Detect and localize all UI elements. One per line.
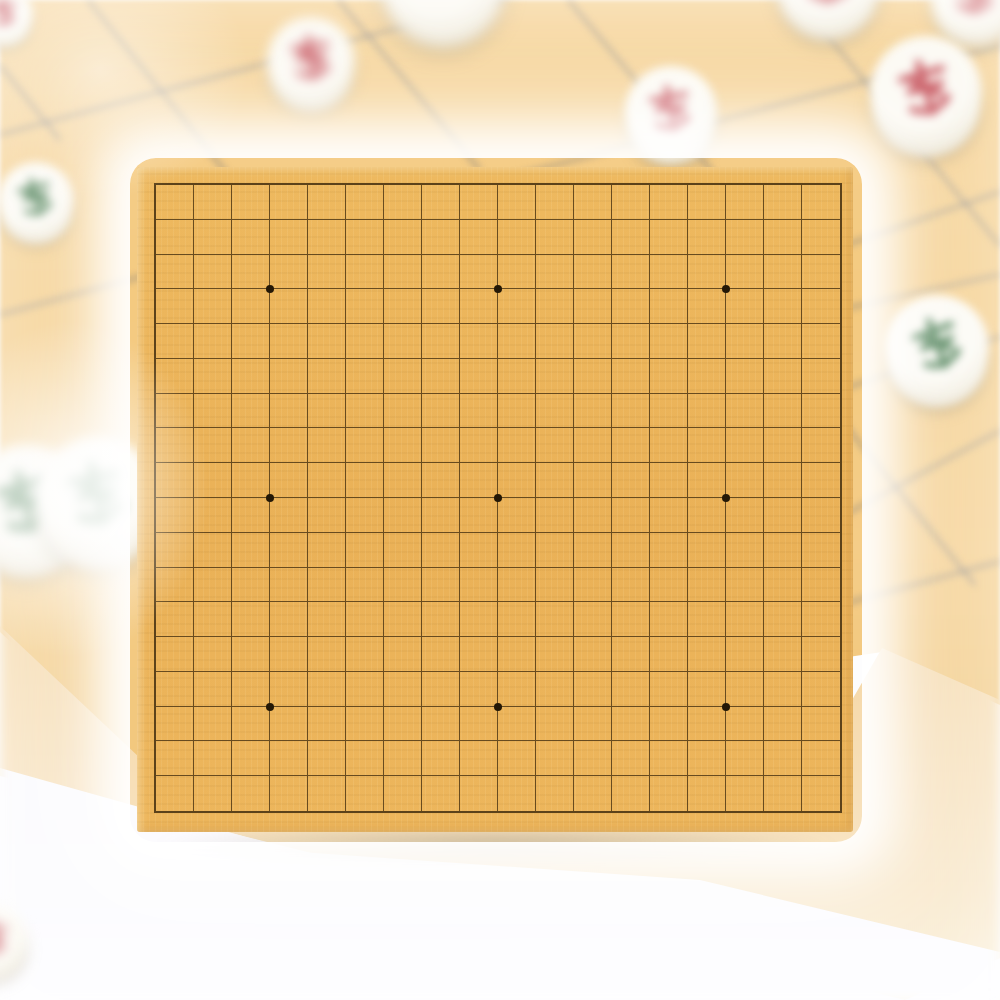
grid-cell xyxy=(802,220,840,255)
grid-cell xyxy=(726,498,764,533)
grid-cell xyxy=(574,185,612,220)
grid-cell xyxy=(232,672,270,707)
grid-cell xyxy=(232,602,270,637)
grid-cell xyxy=(498,602,536,637)
grid-cell xyxy=(270,741,308,776)
grid-cell xyxy=(422,185,460,220)
grid-cell xyxy=(688,463,726,498)
grid-cell xyxy=(308,324,346,359)
grid-cell xyxy=(422,359,460,394)
grid-cell xyxy=(346,463,384,498)
grid-cell xyxy=(384,359,422,394)
grid-cell xyxy=(650,533,688,568)
grid-cell xyxy=(498,220,536,255)
grid-cell xyxy=(384,324,422,359)
grid-cell xyxy=(460,394,498,429)
grid-cell xyxy=(346,672,384,707)
white-haze-topleft xyxy=(0,0,250,200)
grid-cell xyxy=(612,324,650,359)
grid-cell xyxy=(422,498,460,533)
grid-cell xyxy=(384,463,422,498)
grid-cell xyxy=(764,289,802,324)
grid-cell xyxy=(232,394,270,429)
grid-cell xyxy=(308,672,346,707)
grid-cell xyxy=(384,394,422,429)
grid-cell xyxy=(460,741,498,776)
grid-cell xyxy=(232,359,270,394)
grid-cell xyxy=(764,463,802,498)
grid-cell xyxy=(308,741,346,776)
grid-cell xyxy=(270,707,308,742)
grid-cell xyxy=(574,220,612,255)
grid-cell xyxy=(308,394,346,429)
grid-cell xyxy=(650,220,688,255)
grid-cell xyxy=(384,707,422,742)
grid-cell xyxy=(346,185,384,220)
star-point xyxy=(494,494,502,502)
grid-cell xyxy=(650,602,688,637)
grid-cell xyxy=(422,463,460,498)
grid-cell xyxy=(384,255,422,290)
grid-cell xyxy=(612,185,650,220)
grid-cell xyxy=(422,428,460,463)
grid-cell xyxy=(460,220,498,255)
grid-cell xyxy=(764,568,802,603)
grid-cell xyxy=(764,185,802,220)
grid-cell xyxy=(764,394,802,429)
grid-cell xyxy=(384,568,422,603)
grid-cell xyxy=(156,776,194,811)
grid-cell xyxy=(726,533,764,568)
grid-cell xyxy=(612,707,650,742)
xiangqi-piece xyxy=(0,905,27,975)
grid-cell xyxy=(384,185,422,220)
grid-cell xyxy=(612,533,650,568)
xiangqi-piece xyxy=(870,36,982,148)
grid-cell xyxy=(802,602,840,637)
grid-cell xyxy=(650,741,688,776)
grid-cell xyxy=(346,359,384,394)
grid-cell xyxy=(574,359,612,394)
green-character-icon xyxy=(896,303,979,386)
grid-cell xyxy=(536,498,574,533)
grid-cell xyxy=(612,220,650,255)
grid-cell xyxy=(194,255,232,290)
grid-cell xyxy=(270,359,308,394)
grid-cell xyxy=(536,741,574,776)
grid-cell xyxy=(270,394,308,429)
grid-cell xyxy=(498,776,536,811)
grid-cell xyxy=(612,741,650,776)
grid-cell xyxy=(384,220,422,255)
grid-cell xyxy=(612,359,650,394)
red-character-icon xyxy=(0,916,14,959)
grid-cell xyxy=(612,776,650,811)
grid-cell xyxy=(308,289,346,324)
grid-cell xyxy=(536,637,574,672)
star-point xyxy=(494,285,502,293)
grid-cell xyxy=(612,394,650,429)
grid-cell xyxy=(574,637,612,672)
grid-cell xyxy=(232,255,270,290)
grid-cell xyxy=(536,568,574,603)
grid-cell xyxy=(156,220,194,255)
grid-cell xyxy=(194,707,232,742)
grid-cell xyxy=(156,707,194,742)
grid-cell xyxy=(498,359,536,394)
grid-cell xyxy=(688,394,726,429)
grid-cell xyxy=(232,637,270,672)
grid-cell xyxy=(612,568,650,603)
grid-cell xyxy=(308,637,346,672)
red-character-icon xyxy=(280,28,342,90)
grid-cell xyxy=(764,672,802,707)
xiangqi-piece xyxy=(267,17,355,105)
grid-cell xyxy=(422,394,460,429)
grid-cell xyxy=(460,428,498,463)
grid-cell xyxy=(536,185,574,220)
grid-cell xyxy=(270,255,308,290)
grid-cell xyxy=(726,185,764,220)
grid-cell xyxy=(688,637,726,672)
grid-cell xyxy=(726,324,764,359)
grid-cell xyxy=(574,602,612,637)
red-character-icon xyxy=(796,0,860,9)
grid-cell xyxy=(536,255,574,290)
grid-cell xyxy=(574,707,612,742)
grid-cell xyxy=(308,185,346,220)
grid-cell xyxy=(232,707,270,742)
grid-cell xyxy=(764,533,802,568)
grid-cell xyxy=(688,289,726,324)
grid-cell xyxy=(460,255,498,290)
grid-cell xyxy=(346,289,384,324)
grid-cell xyxy=(422,324,460,359)
grid-cell xyxy=(802,359,840,394)
grid-cell xyxy=(688,741,726,776)
grid-cell xyxy=(650,324,688,359)
grid-cell xyxy=(232,741,270,776)
grid-cell xyxy=(156,741,194,776)
grid-cell xyxy=(270,220,308,255)
grid-cell xyxy=(346,707,384,742)
grid-cell xyxy=(574,394,612,429)
grid-cell xyxy=(384,533,422,568)
grid-cell xyxy=(650,359,688,394)
grid-cell xyxy=(232,428,270,463)
grid-cell xyxy=(726,255,764,290)
red-character-icon xyxy=(638,76,704,142)
grid-cell xyxy=(536,428,574,463)
grid-cell xyxy=(650,394,688,429)
grid-cell xyxy=(422,533,460,568)
grid-cell xyxy=(764,359,802,394)
grid-cell xyxy=(346,255,384,290)
grid-cell xyxy=(802,776,840,811)
grid-cell xyxy=(498,672,536,707)
grid-cell xyxy=(498,498,536,533)
grid-cell xyxy=(308,776,346,811)
go-board xyxy=(137,167,853,832)
grid-cell xyxy=(612,463,650,498)
grid-cell xyxy=(574,672,612,707)
grid-cell xyxy=(498,185,536,220)
grid-cell xyxy=(764,428,802,463)
grid-cell xyxy=(460,289,498,324)
grid-cell xyxy=(650,568,688,603)
grid-cell xyxy=(460,533,498,568)
grid-cell xyxy=(612,255,650,290)
grid-cell xyxy=(156,255,194,290)
grid-cell xyxy=(802,185,840,220)
grid-cell xyxy=(612,289,650,324)
grid-cell xyxy=(460,707,498,742)
xiangqi-piece xyxy=(776,0,880,32)
grid-cell xyxy=(498,255,536,290)
grid-cell xyxy=(422,255,460,290)
grid-cell xyxy=(194,289,232,324)
grid-cell xyxy=(536,776,574,811)
grid-cell xyxy=(726,776,764,811)
grid-cell xyxy=(270,463,308,498)
grid-cell xyxy=(574,533,612,568)
grid-cell xyxy=(194,220,232,255)
grid-cell xyxy=(726,394,764,429)
grid-cell xyxy=(574,324,612,359)
grid-cell xyxy=(460,185,498,220)
grid-cell xyxy=(422,220,460,255)
grid-cell xyxy=(498,394,536,429)
grid-cell xyxy=(764,220,802,255)
grid-cell xyxy=(308,220,346,255)
grid-cell xyxy=(232,220,270,255)
grid-cell xyxy=(764,776,802,811)
grid-cell xyxy=(612,428,650,463)
grid-cell xyxy=(802,568,840,603)
grid-cell xyxy=(308,533,346,568)
grid-cell xyxy=(726,220,764,255)
grid-cell xyxy=(726,289,764,324)
grid-cell xyxy=(270,289,308,324)
grid-cell xyxy=(346,568,384,603)
grid-cell xyxy=(726,672,764,707)
xiangqi-piece xyxy=(930,0,1000,39)
grid-cell xyxy=(574,776,612,811)
grid-cell xyxy=(688,776,726,811)
grid-cell xyxy=(460,463,498,498)
grid-cell xyxy=(802,289,840,324)
grid-cell xyxy=(536,289,574,324)
grid-cell xyxy=(460,324,498,359)
grid-cell xyxy=(270,672,308,707)
grid-cell xyxy=(346,776,384,811)
grid-cell xyxy=(650,498,688,533)
grid-cell xyxy=(764,637,802,672)
grid-cell xyxy=(802,255,840,290)
grid-cell xyxy=(650,255,688,290)
grid-cell xyxy=(232,324,270,359)
grid-cell xyxy=(422,602,460,637)
grid-cell xyxy=(194,672,232,707)
grid-cell xyxy=(384,672,422,707)
grid-cell xyxy=(726,602,764,637)
grid-cell xyxy=(308,255,346,290)
star-point xyxy=(266,703,274,711)
xiangqi-piece xyxy=(380,0,506,37)
grid-cell xyxy=(422,707,460,742)
grid-cell xyxy=(422,776,460,811)
grid-cell xyxy=(536,220,574,255)
grid-cell xyxy=(232,568,270,603)
grid-cell xyxy=(650,289,688,324)
grid-cell xyxy=(384,428,422,463)
grid-cell xyxy=(726,741,764,776)
grid-cell xyxy=(650,672,688,707)
grid-cell xyxy=(156,672,194,707)
grid-cell xyxy=(726,428,764,463)
grid-cell xyxy=(650,463,688,498)
grid-cell xyxy=(536,394,574,429)
grid-cell xyxy=(346,602,384,637)
star-point xyxy=(722,703,730,711)
grid-cell xyxy=(688,255,726,290)
grid-cell xyxy=(460,498,498,533)
grid-cell xyxy=(232,776,270,811)
grid-cell xyxy=(574,568,612,603)
grid-cell xyxy=(612,498,650,533)
grid-cell xyxy=(650,428,688,463)
grid-cell xyxy=(460,359,498,394)
grid-cell xyxy=(650,776,688,811)
grid-cell xyxy=(156,289,194,324)
grid-cell xyxy=(460,672,498,707)
grid-cell xyxy=(612,637,650,672)
grid-cell xyxy=(764,498,802,533)
grid-cell xyxy=(346,428,384,463)
grid-cell xyxy=(498,428,536,463)
grid-cell xyxy=(346,324,384,359)
grid-cell xyxy=(802,463,840,498)
grid-cell xyxy=(270,185,308,220)
grid-cell xyxy=(384,637,422,672)
xiangqi-piece xyxy=(885,295,989,399)
grid-cell xyxy=(270,776,308,811)
grid-cell xyxy=(498,637,536,672)
grid-cell xyxy=(726,568,764,603)
grid-cell xyxy=(460,637,498,672)
grid-cell xyxy=(232,289,270,324)
grid-cell xyxy=(270,324,308,359)
grid-cell xyxy=(574,428,612,463)
star-point xyxy=(722,494,730,502)
grid-cell xyxy=(232,533,270,568)
grid-cell xyxy=(650,185,688,220)
grid-cell xyxy=(270,428,308,463)
grid-cell xyxy=(802,324,840,359)
grid-cell xyxy=(346,220,384,255)
grid-cell xyxy=(270,602,308,637)
grid-cell xyxy=(346,637,384,672)
grid-cell xyxy=(308,428,346,463)
grid-cell xyxy=(688,220,726,255)
grid-cell xyxy=(536,672,574,707)
red-character-icon xyxy=(947,0,1000,19)
red-character-icon xyxy=(883,46,969,132)
go-board-grid xyxy=(154,183,842,813)
grid-cell xyxy=(802,394,840,429)
grid-cell xyxy=(688,707,726,742)
grid-cell xyxy=(498,707,536,742)
grid-cell xyxy=(726,463,764,498)
grid-cell xyxy=(346,498,384,533)
grid-cell xyxy=(574,463,612,498)
scene xyxy=(0,0,1000,1000)
grid-cell xyxy=(232,498,270,533)
grid-cell xyxy=(384,741,422,776)
grid-cell xyxy=(460,602,498,637)
grid-cell xyxy=(802,498,840,533)
grid-cell xyxy=(498,289,536,324)
grid-cell xyxy=(802,707,840,742)
grid-cell xyxy=(232,463,270,498)
grid-cell xyxy=(726,359,764,394)
grid-cell xyxy=(574,741,612,776)
grid-cell xyxy=(612,602,650,637)
grid-cell xyxy=(536,359,574,394)
grid-cell xyxy=(308,707,346,742)
grid-cell xyxy=(764,707,802,742)
grid-cell xyxy=(498,324,536,359)
grid-cell xyxy=(308,498,346,533)
grid-cell xyxy=(688,428,726,463)
grid-cell xyxy=(612,672,650,707)
grid-cell xyxy=(536,533,574,568)
grid-cell xyxy=(270,568,308,603)
grid-cell xyxy=(574,498,612,533)
xiangqi-piece xyxy=(625,66,717,158)
grid-cell xyxy=(688,533,726,568)
star-point xyxy=(494,703,502,711)
grid-cell xyxy=(802,741,840,776)
white-haze-left xyxy=(0,320,210,660)
grid-cell xyxy=(574,255,612,290)
grid-cell xyxy=(460,568,498,603)
grid-cell xyxy=(498,741,536,776)
grid-cell xyxy=(384,776,422,811)
grid-cell xyxy=(346,741,384,776)
grid-cell xyxy=(726,637,764,672)
grid-cell xyxy=(422,568,460,603)
grid-cell xyxy=(802,428,840,463)
grid-cell xyxy=(270,498,308,533)
grid-cell xyxy=(536,707,574,742)
grid-cell xyxy=(802,533,840,568)
grid-cell xyxy=(308,568,346,603)
grid-cell xyxy=(650,707,688,742)
grid-cell xyxy=(308,463,346,498)
grid-cell xyxy=(574,289,612,324)
grid-cell xyxy=(498,463,536,498)
grid-cell xyxy=(384,498,422,533)
grid-cell xyxy=(270,533,308,568)
grid-cell xyxy=(536,463,574,498)
grid-cell xyxy=(422,289,460,324)
grid-cell xyxy=(726,707,764,742)
grid-cell xyxy=(764,324,802,359)
grid-cell xyxy=(764,255,802,290)
grid-cell xyxy=(308,359,346,394)
grid-cell xyxy=(764,602,802,637)
